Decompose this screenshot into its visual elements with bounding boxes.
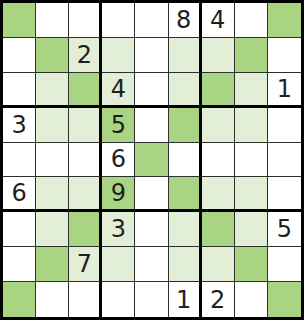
cell-r2c4[interactable] [102, 38, 135, 73]
cell-r3c4[interactable]: 4 [102, 73, 135, 108]
cell-r8c9[interactable] [268, 247, 301, 282]
cell-r7c9[interactable]: 5 [268, 212, 301, 247]
cell-r2c3[interactable]: 2 [69, 38, 102, 73]
cell-r9c8[interactable] [235, 282, 268, 317]
cell-r6c5[interactable] [135, 177, 168, 212]
cell-r8c8[interactable] [235, 247, 268, 282]
sudoku-board: 842413566935712 [0, 0, 304, 320]
cell-r6c4[interactable]: 9 [102, 177, 135, 212]
cell-r7c2[interactable] [36, 212, 69, 247]
cell-r4c3[interactable] [69, 108, 102, 143]
cell-r3c3[interactable] [69, 73, 102, 108]
cell-r4c9[interactable] [268, 108, 301, 143]
cell-r1c2[interactable] [36, 3, 69, 38]
cell-r9c4[interactable] [102, 282, 135, 317]
cell-r3c7[interactable] [202, 73, 235, 108]
cell-r3c9[interactable]: 1 [268, 73, 301, 108]
cell-r5c4[interactable]: 6 [102, 143, 135, 178]
cell-r5c6[interactable] [169, 143, 202, 178]
cell-r7c8[interactable] [235, 212, 268, 247]
cell-r9c1[interactable] [3, 282, 36, 317]
cell-r7c1[interactable] [3, 212, 36, 247]
cell-r4c4[interactable]: 5 [102, 108, 135, 143]
cell-r8c1[interactable] [3, 247, 36, 282]
cell-r5c8[interactable] [235, 143, 268, 178]
cell-r6c3[interactable] [69, 177, 102, 212]
cell-r1c3[interactable] [69, 3, 102, 38]
cell-r8c3[interactable]: 7 [69, 247, 102, 282]
cell-r8c5[interactable] [135, 247, 168, 282]
cell-r4c7[interactable] [202, 108, 235, 143]
cell-r6c2[interactable] [36, 177, 69, 212]
cell-r9c2[interactable] [36, 282, 69, 317]
cell-r6c8[interactable] [235, 177, 268, 212]
cell-r6c9[interactable] [268, 177, 301, 212]
cell-r7c4[interactable]: 3 [102, 212, 135, 247]
cell-r1c9[interactable] [268, 3, 301, 38]
cell-r4c1[interactable]: 3 [3, 108, 36, 143]
cell-r3c8[interactable] [235, 73, 268, 108]
cell-r5c7[interactable] [202, 143, 235, 178]
cell-r9c7[interactable]: 2 [202, 282, 235, 317]
cell-r8c2[interactable] [36, 247, 69, 282]
cell-r1c8[interactable] [235, 3, 268, 38]
cell-r3c5[interactable] [135, 73, 168, 108]
cell-r5c5[interactable] [135, 143, 168, 178]
cell-r1c5[interactable] [135, 3, 168, 38]
cell-r4c8[interactable] [235, 108, 268, 143]
cell-r3c6[interactable] [169, 73, 202, 108]
cell-r5c9[interactable] [268, 143, 301, 178]
cell-r3c1[interactable] [3, 73, 36, 108]
cell-r2c5[interactable] [135, 38, 168, 73]
cell-r8c6[interactable] [169, 247, 202, 282]
cell-r6c6[interactable] [169, 177, 202, 212]
cell-r4c5[interactable] [135, 108, 168, 143]
cell-r9c9[interactable] [268, 282, 301, 317]
cell-r6c1[interactable]: 6 [3, 177, 36, 212]
cell-r6c7[interactable] [202, 177, 235, 212]
cell-r7c7[interactable] [202, 212, 235, 247]
cell-r5c1[interactable] [3, 143, 36, 178]
cell-r7c5[interactable] [135, 212, 168, 247]
cell-r7c3[interactable] [69, 212, 102, 247]
cell-r2c7[interactable] [202, 38, 235, 73]
cell-r5c2[interactable] [36, 143, 69, 178]
cell-r9c6[interactable]: 1 [169, 282, 202, 317]
cell-r2c9[interactable] [268, 38, 301, 73]
cell-r1c1[interactable] [3, 3, 36, 38]
cell-r2c2[interactable] [36, 38, 69, 73]
cell-r1c7[interactable]: 4 [202, 3, 235, 38]
cell-r8c4[interactable] [102, 247, 135, 282]
cell-r3c2[interactable] [36, 73, 69, 108]
cell-r9c5[interactable] [135, 282, 168, 317]
cell-r9c3[interactable] [69, 282, 102, 317]
cell-r4c2[interactable] [36, 108, 69, 143]
cell-r1c6[interactable]: 8 [169, 3, 202, 38]
cell-r4c6[interactable] [169, 108, 202, 143]
cell-r1c4[interactable] [102, 3, 135, 38]
cell-r7c6[interactable] [169, 212, 202, 247]
cell-r2c6[interactable] [169, 38, 202, 73]
cell-r2c8[interactable] [235, 38, 268, 73]
cell-r2c1[interactable] [3, 38, 36, 73]
cell-r5c3[interactable] [69, 143, 102, 178]
cell-r8c7[interactable] [202, 247, 235, 282]
